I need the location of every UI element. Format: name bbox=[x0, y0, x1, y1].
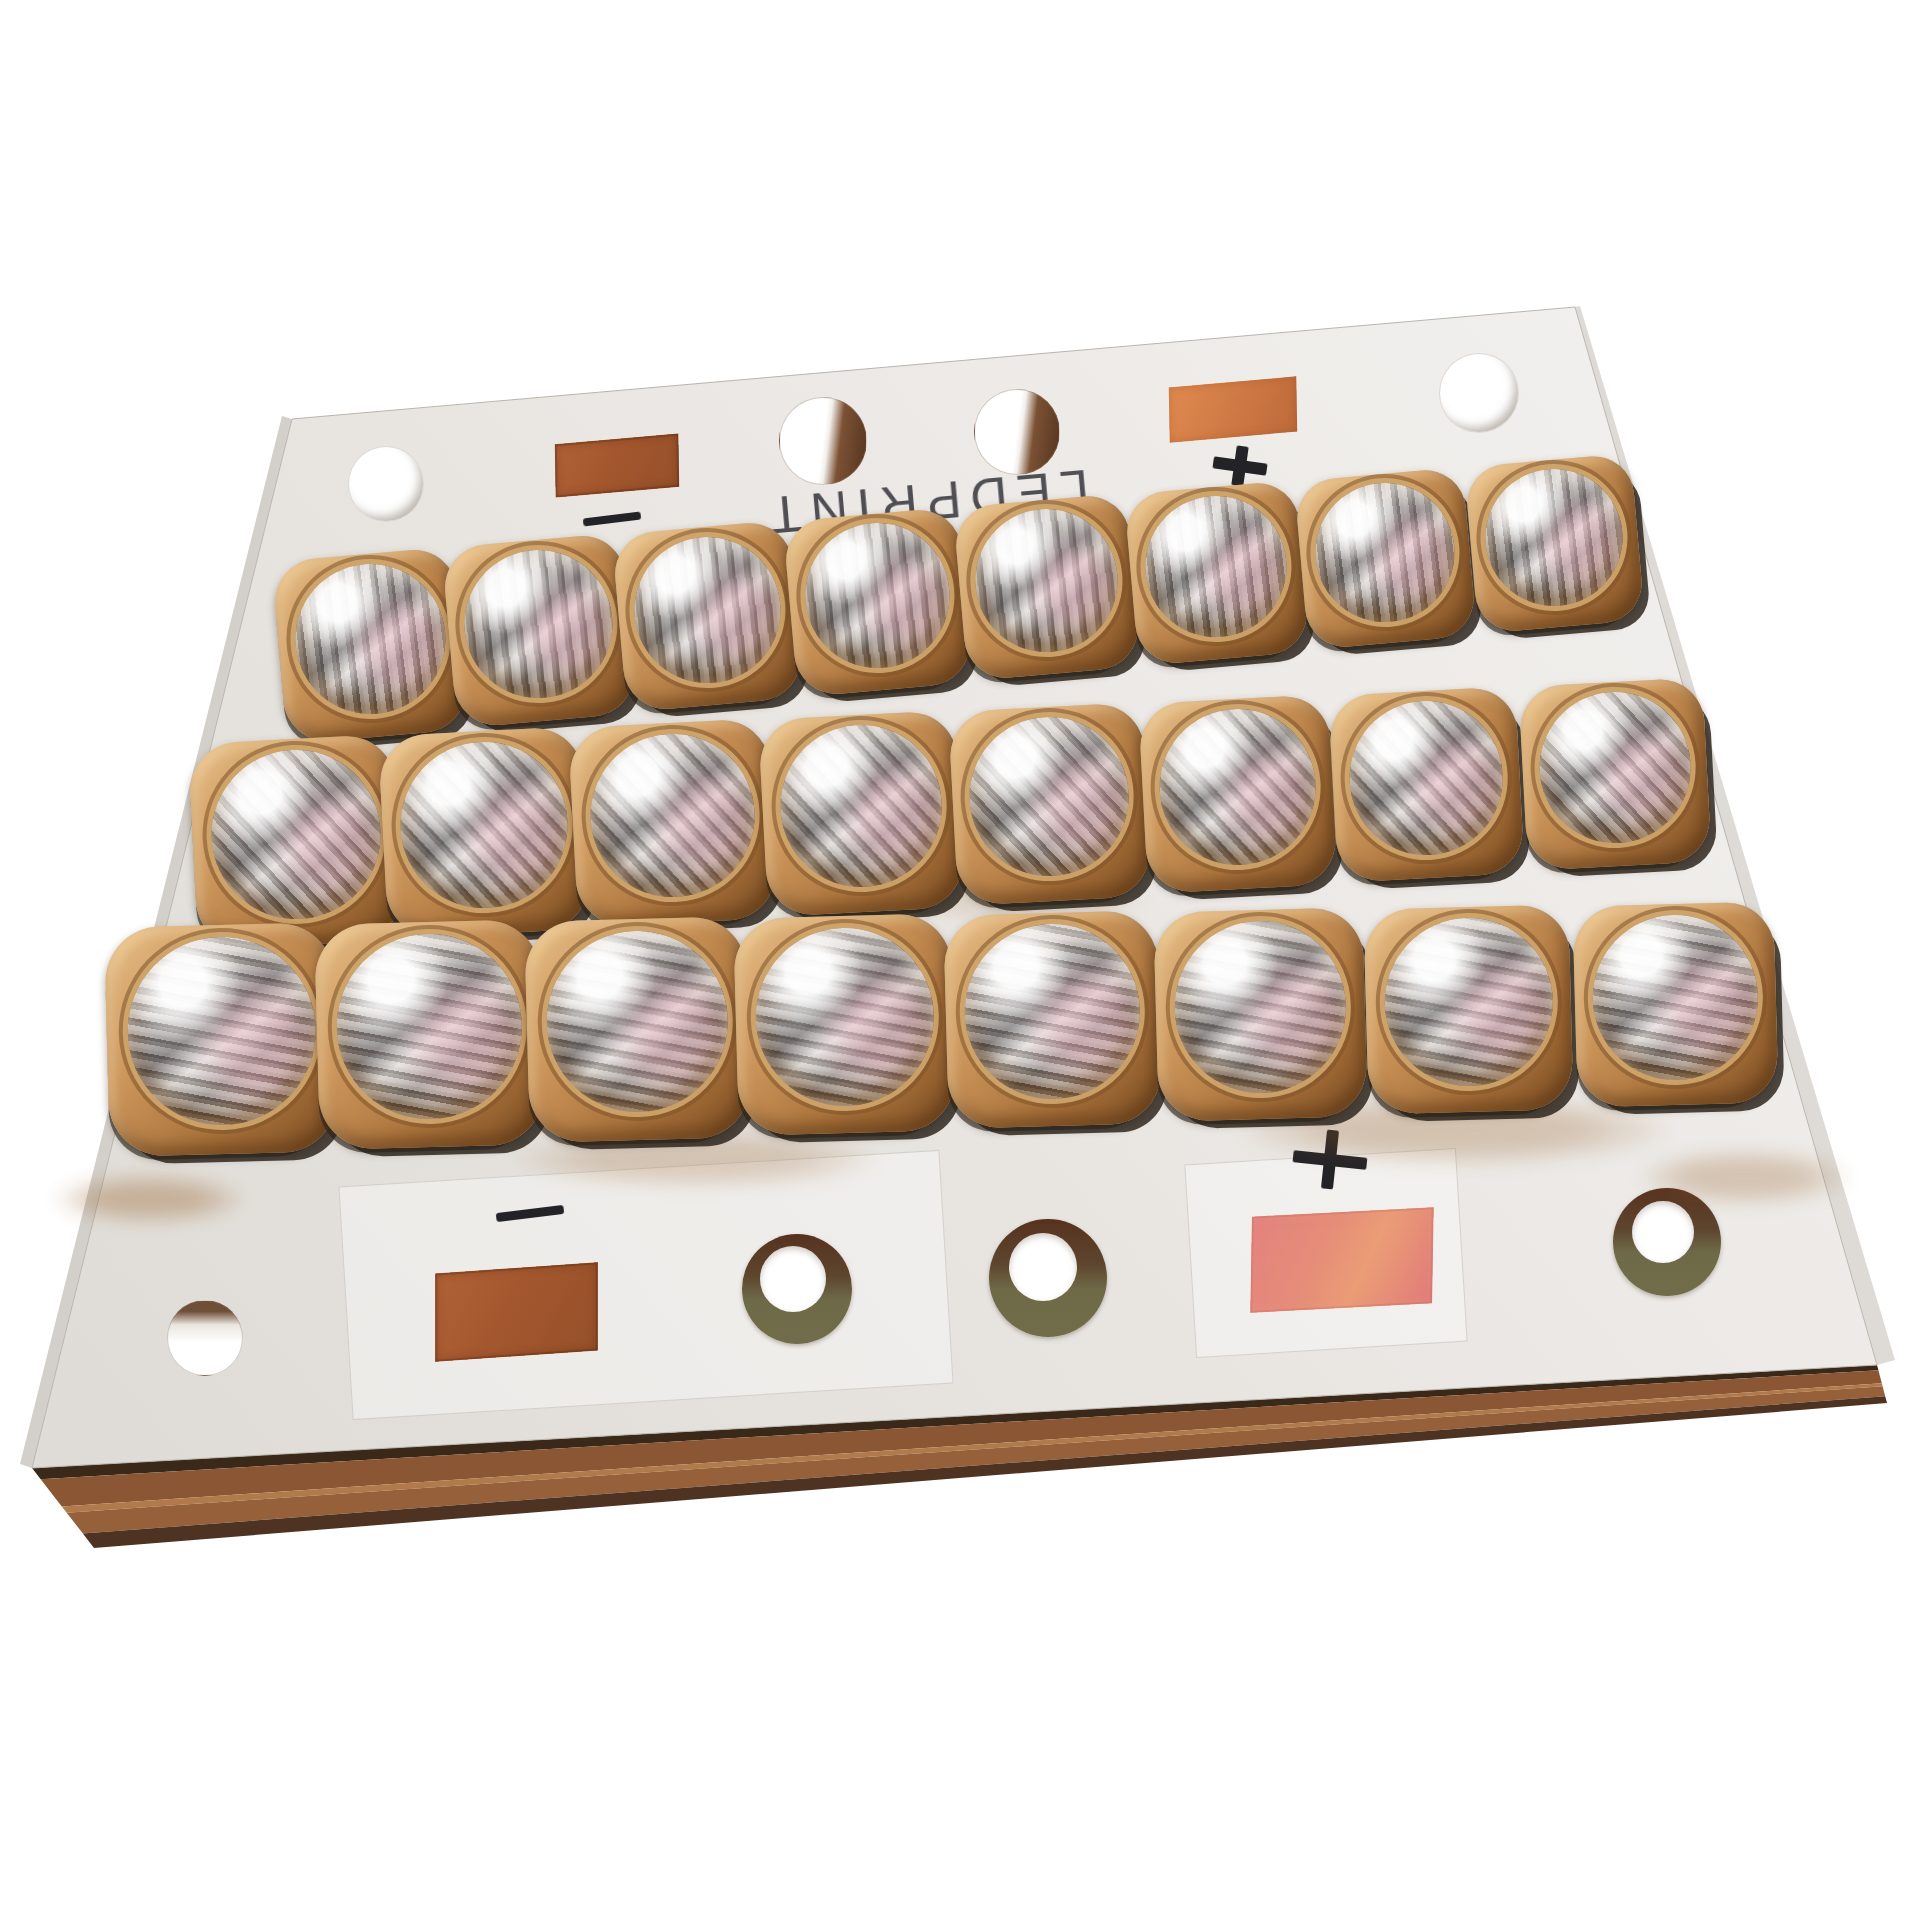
led-package-r3-c5 bbox=[943, 911, 1162, 1130]
led-lens-dome-r1-c7 bbox=[1310, 477, 1460, 627]
led-package-r2-c4 bbox=[758, 710, 965, 917]
hole-bottom-mid-right bbox=[1009, 1233, 1077, 1301]
led-r3-c8 bbox=[1575, 904, 1776, 1105]
led-package-r2-c2 bbox=[378, 726, 591, 939]
led-r1-c5 bbox=[960, 500, 1134, 674]
hole-top-right bbox=[1439, 353, 1519, 433]
led-r3-c6 bbox=[1156, 910, 1365, 1119]
led-lens-dome-r2-c6 bbox=[1156, 705, 1320, 869]
solder-mask-window-0 bbox=[338, 1150, 953, 1420]
hole-bottom-left bbox=[167, 1300, 243, 1376]
led-r3-c1 bbox=[107, 925, 336, 1154]
hole-top-left bbox=[348, 446, 424, 522]
bottom-plus-pad bbox=[1250, 1207, 1433, 1313]
top-minus-pad bbox=[555, 433, 679, 497]
led-lens-dome-r3-c8 bbox=[1591, 913, 1760, 1082]
led-package-r2-c5 bbox=[948, 702, 1151, 905]
led-package-r2-c1 bbox=[188, 734, 405, 951]
led-package-r1-c1 bbox=[271, 546, 469, 744]
led-lens-dome-r2-c3 bbox=[587, 730, 759, 902]
flux-stain-2 bbox=[55, 1175, 245, 1223]
led-package-r3-c3 bbox=[524, 916, 751, 1143]
led-r2-c2 bbox=[383, 731, 586, 934]
led-package-r2-c3 bbox=[568, 718, 778, 928]
led-lens-dome-r2-c1 bbox=[207, 746, 385, 924]
led-lens-dome-r1-c2 bbox=[458, 544, 618, 704]
led-lens-dome-r2-c2 bbox=[397, 738, 572, 913]
led-lens-dome-r2-c5 bbox=[966, 713, 1133, 880]
led-r2-c8 bbox=[1523, 682, 1707, 866]
led-r2-c3 bbox=[573, 723, 773, 923]
hole-bottom-right bbox=[1632, 1201, 1694, 1263]
led-r2-c1 bbox=[193, 739, 399, 945]
led-lens-dome-r3-c3 bbox=[544, 929, 730, 1115]
led-r2-c5 bbox=[953, 707, 1147, 901]
led-package-r1-c3 bbox=[612, 519, 805, 712]
led-lens-dome-r1-c5 bbox=[969, 504, 1123, 658]
led-lens-dome-r2-c7 bbox=[1346, 697, 1507, 858]
led-package-r3-c4 bbox=[734, 914, 957, 1137]
led-lens-dome-r1-c8 bbox=[1480, 464, 1628, 612]
led-lens-dome-r2-c8 bbox=[1536, 688, 1695, 847]
led-r1-c1 bbox=[279, 554, 462, 737]
led-r1-c8 bbox=[1471, 460, 1638, 627]
led-lens-dome-r3-c2 bbox=[335, 932, 524, 1121]
led-package-r1-c8 bbox=[1464, 453, 1645, 634]
hole-top-mid-left bbox=[779, 397, 867, 485]
led-package-r1-c6 bbox=[1123, 480, 1309, 666]
hole-top-mid-right bbox=[974, 389, 1060, 475]
led-r3-c4 bbox=[736, 916, 953, 1133]
led-r3-c2 bbox=[317, 922, 542, 1147]
led-lens-dome-r1-c4 bbox=[799, 517, 955, 673]
led-lens-dome-r3-c1 bbox=[125, 935, 318, 1128]
led-package-r1-c5 bbox=[953, 493, 1141, 681]
led-lens-dome-r3-c4 bbox=[754, 926, 937, 1109]
led-package-r3-c1 bbox=[104, 922, 339, 1157]
hole-bottom-mid-left-ring bbox=[742, 1234, 852, 1344]
led-r1-c4 bbox=[790, 514, 966, 690]
bottom-minus-pad bbox=[435, 1262, 598, 1362]
led-r3-c5 bbox=[946, 913, 1159, 1126]
led-lens-dome-r1-c1 bbox=[288, 557, 451, 720]
led-package-r1-c7 bbox=[1294, 467, 1478, 651]
led-r1-c6 bbox=[1131, 487, 1303, 659]
led-package-r3-c7 bbox=[1363, 905, 1574, 1116]
led-lens-dome-r3-c7 bbox=[1382, 916, 1555, 1089]
led-r3-c3 bbox=[527, 919, 748, 1140]
led-package-r2-c7 bbox=[1329, 686, 1526, 883]
led-lens-dome-r1-c6 bbox=[1140, 490, 1292, 642]
led-package-r3-c6 bbox=[1153, 908, 1368, 1123]
led-lens-dome-r1-c3 bbox=[629, 530, 787, 688]
led-lens-dome-r3-c6 bbox=[1172, 919, 1348, 1095]
led-r1-c7 bbox=[1301, 474, 1470, 643]
flux-stain-3 bbox=[1640, 1150, 1850, 1205]
led-pcb-photo: LEDPRINT bbox=[0, 0, 1919, 1914]
top-plus-pad bbox=[1169, 376, 1297, 442]
led-r2-c7 bbox=[1333, 691, 1520, 878]
hole-bottom-mid-left bbox=[760, 1246, 826, 1312]
led-r2-c4 bbox=[763, 715, 960, 912]
led-r1-c3 bbox=[619, 527, 797, 705]
led-lens-dome-r2-c4 bbox=[776, 721, 946, 891]
hole-bottom-right-ring bbox=[1613, 1188, 1721, 1296]
led-package-r3-c2 bbox=[314, 919, 545, 1150]
led-package-r1-c4 bbox=[782, 506, 973, 697]
hole-bottom-mid-right-ring bbox=[989, 1219, 1107, 1337]
led-package-r2-c6 bbox=[1138, 694, 1338, 894]
led-r3-c7 bbox=[1366, 907, 1571, 1112]
led-r1-c2 bbox=[449, 540, 630, 721]
led-package-r1-c2 bbox=[441, 533, 637, 729]
led-lens-dome-r3-c5 bbox=[963, 922, 1142, 1101]
led-package-r3-c8 bbox=[1573, 902, 1779, 1108]
led-package-r2-c8 bbox=[1519, 678, 1713, 872]
led-r2-c6 bbox=[1143, 699, 1333, 889]
